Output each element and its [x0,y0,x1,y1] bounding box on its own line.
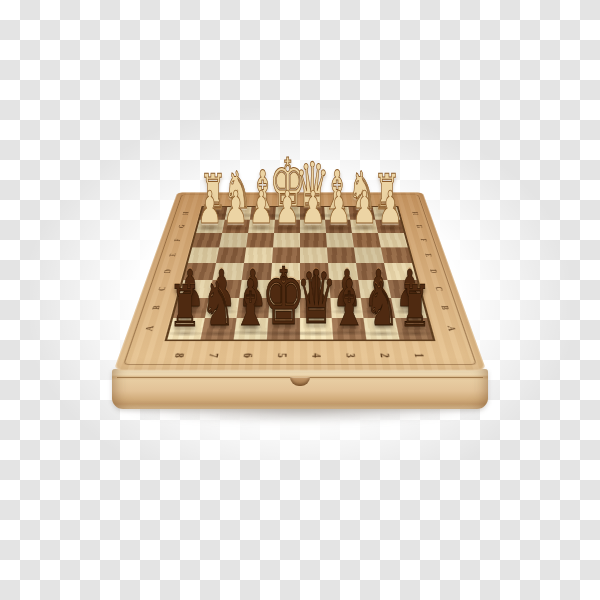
piece-white-pawn: ♟ [326,202,351,230]
piece-glyph: ♟ [352,186,377,231]
piece-black-bishop: ♝ [332,295,367,334]
piece-black-rook: ♜ [399,299,431,335]
piece-black-knight: ♞ [201,297,235,334]
piece-glyph: ♟ [300,186,325,231]
piece-white-pawn: ♟ [249,202,274,230]
piece-glyph: ♞ [201,275,235,336]
transparency-checkerboard: 88AA77BB66CC55DD44EE33FF22GG11HH ♜♞♝♚♛♝♞… [0,0,600,600]
pieces-layer: ♜♞♝♚♛♝♞♜♟♟♟♟♟♟♟♟♟♟♟♟♟♟♟♟♜♞♝♚♛♝♞♜ [0,0,600,600]
piece-glyph: ♜ [399,278,431,336]
piece-white-pawn: ♟ [197,202,222,230]
piece-glyph: ♟ [223,186,248,231]
piece-glyph: ♞ [365,275,399,336]
piece-white-pawn: ♟ [378,202,403,230]
piece-white-pawn: ♟ [275,202,300,230]
piece-glyph: ♟ [326,186,351,231]
piece-glyph: ♟ [378,186,403,231]
piece-glyph: ♟ [249,186,274,231]
piece-white-pawn: ♟ [300,202,325,230]
piece-glyph: ♝ [332,272,367,336]
piece-glyph: ♟ [197,186,222,231]
piece-white-pawn: ♟ [223,202,248,230]
piece-black-knight: ♞ [365,297,399,334]
piece-glyph: ♟ [275,186,300,231]
piece-black-rook: ♜ [169,299,201,335]
piece-glyph: ♜ [169,278,201,336]
piece-white-pawn: ♟ [352,202,377,230]
